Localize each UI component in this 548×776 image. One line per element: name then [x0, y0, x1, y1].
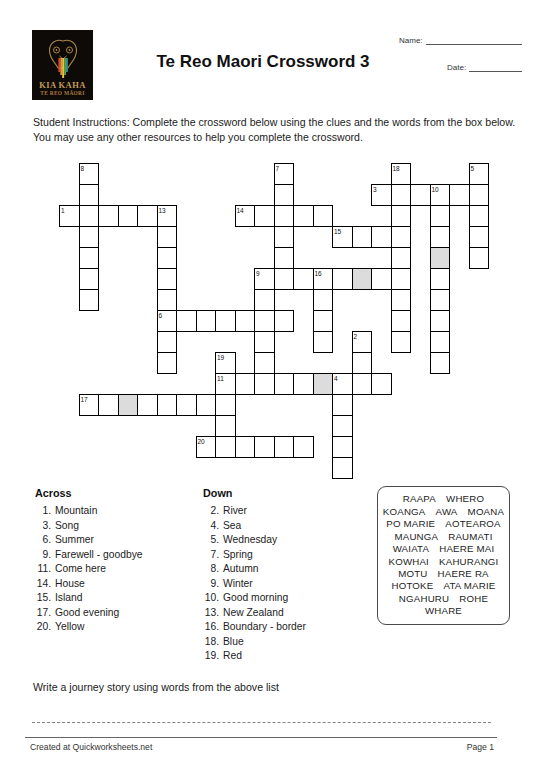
- grid-cell[interactable]: [254, 331, 275, 353]
- across-heading: Across: [35, 487, 143, 499]
- clue-item-text: Red: [223, 649, 242, 664]
- word-bank-line: HOTOKE ATA MARIE: [391, 580, 495, 592]
- clue-number: 7: [276, 165, 280, 172]
- grid-cell[interactable]: [137, 394, 158, 416]
- clue-item: 5.Wednesday: [201, 533, 306, 548]
- clue-item-text: Blue: [223, 635, 244, 650]
- clue-number: 6: [159, 312, 163, 319]
- grid-cell[interactable]: [215, 436, 236, 458]
- clue-item-text: Autumn: [223, 562, 259, 577]
- grid-cell[interactable]: [469, 205, 490, 227]
- clue-number: 20: [198, 438, 205, 445]
- grid-cell[interactable]: [430, 289, 451, 311]
- grid-cell[interactable]: [157, 331, 178, 353]
- grid-cell[interactable]: [293, 205, 314, 227]
- logo-text-line1: KIA KAHA: [39, 81, 85, 90]
- grid-cell[interactable]: [332, 415, 353, 437]
- grid-cell[interactable]: [254, 289, 275, 311]
- clue-number: 14: [237, 207, 244, 214]
- grid-cell[interactable]: [313, 310, 334, 332]
- word-bank-box: RAAPA WHEROKOANGA AWA MOANAPO MARIE AOTE…: [377, 486, 510, 625]
- clue-item-text: Boundary - border: [223, 620, 306, 635]
- clue-item-text: Spring: [223, 548, 253, 563]
- word-bank-line: NGAHURU ROHE: [399, 593, 488, 605]
- clue-item-text: Wednesday: [223, 533, 277, 548]
- grid-cell[interactable]: [79, 205, 100, 227]
- date-blank-line: [469, 61, 522, 72]
- grid-cell[interactable]: [215, 310, 236, 332]
- grid-cell[interactable]: [469, 226, 490, 248]
- grid-cell[interactable]: [293, 373, 314, 395]
- clue-number: 10: [432, 186, 439, 193]
- grid-cell[interactable]: [332, 457, 353, 479]
- grid-cell[interactable]: [79, 184, 100, 206]
- grid-cell[interactable]: [391, 331, 412, 353]
- date-label: Date:: [447, 63, 466, 72]
- clue-item: 6.Summer: [33, 533, 143, 548]
- grid-cell[interactable]: [391, 268, 412, 290]
- grid-cell[interactable]: [157, 289, 178, 311]
- grid-cell[interactable]: [254, 352, 275, 374]
- clue-number: 11: [217, 375, 224, 382]
- clue-item-number: 10.: [201, 591, 219, 606]
- clue-item: 2.River: [201, 504, 306, 519]
- clue-item-text: Farewell - goodbye: [55, 548, 143, 563]
- clue-item: 17.Good evening: [33, 606, 143, 621]
- clue-item-text: Yellow: [55, 620, 84, 635]
- clue-item-text: Good morning: [223, 591, 288, 606]
- story-writing-line: [32, 712, 491, 723]
- grid-cell[interactable]: [215, 415, 236, 437]
- grid-cell[interactable]: [118, 205, 139, 227]
- grid-cell[interactable]: [235, 436, 256, 458]
- word-bank-line: KOANGA AWA MOANA: [383, 506, 504, 518]
- word-bank-line: PO MARIE AOTEAROA: [386, 518, 501, 530]
- grid-cell[interactable]: [215, 394, 236, 416]
- grid-cell[interactable]: [469, 184, 490, 206]
- clue-item: 19.Red: [201, 649, 306, 664]
- grid-cell[interactable]: [430, 352, 451, 374]
- clue-item: 10.Good morning: [201, 591, 306, 606]
- clue-number: 5: [471, 165, 475, 172]
- down-heading: Down: [203, 487, 306, 499]
- grid-cell[interactable]: [371, 373, 392, 395]
- grid-cell-space: [118, 394, 139, 416]
- clue-item: 3.Song: [33, 519, 143, 534]
- grid-cell[interactable]: [176, 394, 197, 416]
- clue-item: 18.Blue: [201, 635, 306, 650]
- word-bank-line: MAUNGA RAUMATI: [394, 531, 492, 543]
- clue-item-text: Mountain: [55, 504, 97, 519]
- clue-number: 8: [81, 165, 85, 172]
- clue-item: 15.Island: [33, 591, 143, 606]
- grid-cell[interactable]: [274, 205, 295, 227]
- clue-number: 15: [334, 228, 341, 235]
- footer-credit: Created at Quickworksheets.net: [30, 742, 152, 752]
- clue-item-number: 6.: [33, 533, 51, 548]
- grid-cell[interactable]: [254, 205, 275, 227]
- clue-item-text: Summer: [55, 533, 94, 548]
- clue-item: 1.Mountain: [33, 504, 143, 519]
- clue-number: 2: [354, 333, 358, 340]
- grid-cell[interactable]: [274, 268, 295, 290]
- clue-number: 19: [217, 354, 224, 361]
- grid-cell[interactable]: [293, 436, 314, 458]
- across-clue-list: 1.Mountain3.Song6.Summer9.Farewell - goo…: [33, 504, 143, 635]
- word-bank-line: MOTU HAERE RA: [398, 568, 489, 580]
- grid-cell[interactable]: [79, 289, 100, 311]
- clue-item: 14.House: [33, 577, 143, 592]
- grid-cell[interactable]: [137, 205, 158, 227]
- grid-cell-space: [313, 373, 334, 395]
- clue-item: 11.Come here: [33, 562, 143, 577]
- clue-item-number: 11.: [33, 562, 51, 577]
- grid-cell[interactable]: [371, 226, 392, 248]
- grid-cell[interactable]: [391, 226, 412, 248]
- grid-cell[interactable]: [274, 226, 295, 248]
- grid-cell[interactable]: [313, 289, 334, 311]
- clue-item-number: 15.: [33, 591, 51, 606]
- grid-cell[interactable]: [274, 247, 295, 269]
- grid-cell[interactable]: [254, 436, 275, 458]
- clue-item-text: River: [223, 504, 247, 519]
- clue-item-number: 13.: [201, 606, 219, 621]
- clue-item-number: 8.: [201, 562, 219, 577]
- grid-cell[interactable]: [196, 394, 217, 416]
- grid-cell[interactable]: [332, 394, 353, 416]
- grid-cell[interactable]: [352, 226, 373, 248]
- clue-number: 4: [334, 375, 338, 382]
- grid-cell[interactable]: [449, 184, 470, 206]
- grid-cell[interactable]: [157, 247, 178, 269]
- footer-page-number: Page 1: [467, 742, 494, 752]
- clue-item: 8.Autumn: [201, 562, 306, 577]
- grid-cell[interactable]: [274, 436, 295, 458]
- clue-item-text: Island: [55, 591, 82, 606]
- clue-number: 13: [159, 207, 166, 214]
- clue-item-number: 4.: [201, 519, 219, 534]
- clue-item-number: 9.: [33, 548, 51, 563]
- clue-item-number: 5.: [201, 533, 219, 548]
- grid-cell[interactable]: [274, 184, 295, 206]
- grid-cell[interactable]: [157, 268, 178, 290]
- grid-cell[interactable]: [430, 331, 451, 353]
- clue-item-number: 20.: [33, 620, 51, 635]
- grid-cell[interactable]: [332, 436, 353, 458]
- date-field-row: Date:: [447, 61, 522, 72]
- grid-cell[interactable]: [430, 268, 451, 290]
- grid-cell[interactable]: [391, 289, 412, 311]
- grid-cell[interactable]: [79, 247, 100, 269]
- grid-cell[interactable]: [371, 268, 392, 290]
- name-blank-line: [426, 34, 522, 45]
- name-label: Name:: [399, 36, 423, 45]
- clue-number: 18: [393, 165, 400, 172]
- grid-cell[interactable]: [235, 310, 256, 332]
- grid-cell[interactable]: [274, 373, 295, 395]
- clue-number: 9: [256, 270, 260, 277]
- grid-cell[interactable]: [391, 247, 412, 269]
- grid-cell[interactable]: [313, 331, 334, 353]
- word-bank-line: RAAPA WHERO: [403, 493, 484, 505]
- grid-cell[interactable]: [430, 226, 451, 248]
- clue-item-number: 19.: [201, 649, 219, 664]
- clue-item-number: 16.: [201, 620, 219, 635]
- clue-item-number: 18.: [201, 635, 219, 650]
- clue-item-number: 1.: [33, 504, 51, 519]
- grid-cell[interactable]: [352, 352, 373, 374]
- grid-cell[interactable]: [98, 394, 119, 416]
- across-clues-section: Across 1.Mountain3.Song6.Summer9.Farewel…: [33, 487, 143, 635]
- clue-item: 16.Boundary - border: [201, 620, 306, 635]
- clue-item: 4.Sea: [201, 519, 306, 534]
- clue-item-text: Good evening: [55, 606, 119, 621]
- down-clue-list: 2.River4.Sea5.Wednesday7.Spring8.Autumn9…: [201, 504, 306, 664]
- down-clues-section: Down 2.River4.Sea5.Wednesday7.Spring8.Au…: [201, 487, 306, 664]
- story-prompt: Write a journey story using words from t…: [33, 681, 279, 693]
- grid-cell[interactable]: [352, 373, 373, 395]
- grid-cell[interactable]: [176, 310, 197, 332]
- grid-cell[interactable]: [98, 205, 119, 227]
- grid-cell[interactable]: [274, 310, 295, 332]
- crossword-grid: 87185310113141591662191141720: [59, 163, 490, 480]
- clue-item-text: House: [55, 577, 85, 592]
- clue-item-text: Winter: [223, 577, 253, 592]
- grid-cell[interactable]: [430, 310, 451, 332]
- worksheet-page: KIA KAHA TE REO MĀORI Te Reo Maori Cross…: [0, 0, 548, 776]
- clue-item-number: 7.: [201, 548, 219, 563]
- clue-item: 9.Winter: [201, 577, 306, 592]
- grid-cell[interactable]: [254, 373, 275, 395]
- grid-cell[interactable]: [196, 310, 217, 332]
- clue-item-text: Song: [55, 519, 79, 534]
- clue-item-number: 17.: [33, 606, 51, 621]
- clue-number: 16: [315, 270, 322, 277]
- word-bank-line: KOWHAI KAHURANGI: [389, 556, 499, 568]
- grid-cell[interactable]: [254, 310, 275, 332]
- grid-cell[interactable]: [313, 205, 334, 227]
- word-bank-line: WHARE: [425, 605, 462, 617]
- clue-item: 20.Yellow: [33, 620, 143, 635]
- clue-item-text: Sea: [223, 519, 241, 534]
- word-bank-line: WAIATA HAERE MAI: [393, 543, 495, 555]
- grid-cell[interactable]: [79, 226, 100, 248]
- clue-item-number: 3.: [33, 519, 51, 534]
- clue-item: 9.Farewell - goodbye: [33, 548, 143, 563]
- grid-cell-space: [352, 268, 373, 290]
- grid-cell[interactable]: [391, 205, 412, 227]
- clue-item-number: 2.: [201, 504, 219, 519]
- grid-cell[interactable]: [293, 268, 314, 290]
- grid-cell[interactable]: [157, 394, 178, 416]
- logo-text-line2: TE REO MĀORI: [40, 90, 84, 97]
- clue-item: 7.Spring: [201, 548, 306, 563]
- student-instructions: Student Instructions: Complete the cross…: [33, 115, 525, 145]
- clue-item-number: 14.: [33, 577, 51, 592]
- clue-number: 3: [373, 186, 377, 193]
- grid-cell-space: [430, 247, 451, 269]
- grid-cell[interactable]: [79, 268, 100, 290]
- grid-cell[interactable]: [410, 184, 431, 206]
- name-field-row: Name:: [399, 34, 522, 45]
- grid-cell[interactable]: [332, 268, 353, 290]
- clue-number: 1: [61, 207, 65, 214]
- clue-number: 17: [81, 396, 88, 403]
- grid-cell[interactable]: [391, 184, 412, 206]
- grid-cell[interactable]: [235, 373, 256, 395]
- grid-cell[interactable]: [469, 247, 490, 269]
- clue-item-number: 9.: [201, 577, 219, 592]
- clue-item-text: Come here: [55, 562, 106, 577]
- clue-item: 13.New Zealand: [201, 606, 306, 621]
- grid-cell[interactable]: [157, 352, 178, 374]
- footer-divider: [25, 737, 497, 738]
- grid-cell[interactable]: [430, 205, 451, 227]
- clue-item-text: New Zealand: [223, 606, 284, 621]
- grid-cell[interactable]: [391, 310, 412, 332]
- grid-cell[interactable]: [157, 226, 178, 248]
